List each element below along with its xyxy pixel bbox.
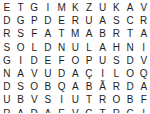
grid-cell[interactable]: A	[82, 28, 96, 41]
grid-cell[interactable]: T	[14, 2, 28, 15]
grid-cell[interactable]: D	[123, 54, 137, 67]
grid-cell[interactable]: U	[0, 94, 14, 107]
grid-cell[interactable]: S	[110, 54, 124, 67]
grid-cell[interactable]: V	[27, 94, 41, 107]
grid-cell[interactable]: O	[27, 81, 41, 94]
grid-cell[interactable]: S	[110, 15, 124, 28]
grid-cell[interactable]: V	[68, 107, 82, 113]
grid-cell[interactable]: B	[96, 28, 110, 41]
grid-cell[interactable]: O	[110, 94, 124, 107]
grid-cell[interactable]: B	[82, 81, 96, 94]
grid-cell[interactable]: V	[27, 67, 41, 80]
grid-cell[interactable]: B	[14, 94, 28, 107]
grid-cell[interactable]: E	[41, 54, 55, 67]
grid-cell[interactable]: L	[110, 67, 124, 80]
grid-cell[interactable]: K	[68, 2, 82, 15]
grid-cell[interactable]: I	[96, 67, 110, 80]
grid-cell[interactable]: G	[27, 2, 41, 15]
grid-cell[interactable]: D	[55, 67, 69, 80]
grid-cell[interactable]: U	[41, 67, 55, 80]
grid-cell[interactable]: D	[0, 81, 14, 94]
grid-cell[interactable]: R	[0, 107, 14, 113]
grid-cell[interactable]: T	[96, 107, 110, 113]
grid-cell[interactable]: E	[55, 107, 69, 113]
grid-cell[interactable]: T	[55, 28, 69, 41]
word-search-grid: ETGIMKZUKAVDGPDERUASCRRSFATMABRTASOLDNUL…	[0, 2, 150, 114]
grid-cell[interactable]: Ã	[96, 81, 110, 94]
grid-cell[interactable]: V	[137, 2, 150, 15]
grid-cell[interactable]: A	[123, 2, 137, 15]
grid-cell[interactable]: S	[14, 81, 28, 94]
grid-cell[interactable]: D	[0, 15, 14, 28]
grid-cell[interactable]: L	[27, 41, 41, 54]
grid-cell[interactable]: Z	[82, 2, 96, 15]
grid-cell[interactable]: V	[137, 54, 150, 67]
grid-cell[interactable]: Ç	[82, 67, 96, 80]
grid-cell[interactable]: T	[123, 28, 137, 41]
grid-cell[interactable]: S	[0, 41, 14, 54]
grid-cell[interactable]: C	[123, 15, 137, 28]
grid-cell[interactable]: O	[68, 54, 82, 67]
grid-cell[interactable]: M	[68, 28, 82, 41]
grid-cell[interactable]: A	[137, 81, 150, 94]
grid-cell[interactable]: I	[137, 107, 150, 113]
grid-cell[interactable]: I	[137, 41, 150, 54]
grid-cell[interactable]: P	[27, 15, 41, 28]
grid-cell[interactable]: D	[41, 15, 55, 28]
grid-cell[interactable]: Q	[137, 67, 150, 80]
grid-cell[interactable]: O	[123, 67, 137, 80]
grid-cell[interactable]: A	[14, 107, 28, 113]
grid-cell[interactable]: U	[96, 2, 110, 15]
grid-cell[interactable]: T	[82, 94, 96, 107]
grid-cell[interactable]: F	[27, 28, 41, 41]
grid-cell[interactable]: E	[0, 2, 14, 15]
grid-cell[interactable]: R	[110, 28, 124, 41]
grid-cell[interactable]: R	[0, 28, 14, 41]
grid-cell[interactable]: E	[55, 15, 69, 28]
grid-cell[interactable]: G	[0, 54, 14, 67]
grid-cell[interactable]: I	[41, 2, 55, 15]
grid-cell[interactable]: B	[41, 81, 55, 94]
grid-cell[interactable]: F	[55, 54, 69, 67]
grid-cell[interactable]: Q	[55, 81, 69, 94]
grid-cell[interactable]: S	[41, 94, 55, 107]
grid-cell[interactable]: I	[55, 94, 69, 107]
grid-cell[interactable]: U	[68, 94, 82, 107]
grid-cell[interactable]: G	[14, 15, 28, 28]
grid-cell[interactable]: A	[96, 41, 110, 54]
grid-cell[interactable]: R	[110, 107, 124, 113]
grid-cell[interactable]: C	[82, 107, 96, 113]
grid-cell[interactable]: D	[27, 54, 41, 67]
grid-cell[interactable]: U	[82, 15, 96, 28]
grid-cell[interactable]: R	[96, 94, 110, 107]
grid-cell[interactable]: A	[41, 107, 55, 113]
grid-cell[interactable]: R	[137, 15, 150, 28]
grid-cell[interactable]: F	[137, 94, 150, 107]
grid-cell[interactable]: S	[14, 28, 28, 41]
grid-cell[interactable]: A	[137, 28, 150, 41]
grid-cell[interactable]: A	[96, 15, 110, 28]
grid-cell[interactable]: M	[55, 2, 69, 15]
grid-cell[interactable]: A	[68, 81, 82, 94]
grid-cell[interactable]: D	[41, 41, 55, 54]
grid-cell[interactable]: A	[41, 28, 55, 41]
grid-cell[interactable]: N	[0, 67, 14, 80]
grid-cell[interactable]: D	[123, 81, 137, 94]
grid-cell[interactable]: L	[82, 41, 96, 54]
grid-cell[interactable]: N	[123, 41, 137, 54]
grid-cell[interactable]: B	[123, 94, 137, 107]
grid-cell[interactable]: A	[68, 67, 82, 80]
grid-cell[interactable]: U	[96, 54, 110, 67]
grid-cell[interactable]: O	[14, 41, 28, 54]
grid-cell[interactable]: P	[82, 54, 96, 67]
grid-cell[interactable]: A	[14, 67, 28, 80]
grid-cell[interactable]: U	[68, 41, 82, 54]
grid-cell[interactable]: H	[110, 41, 124, 54]
grid-cell[interactable]: N	[55, 41, 69, 54]
grid-cell[interactable]: I	[14, 54, 28, 67]
grid-cell[interactable]: D	[27, 107, 41, 113]
grid-cell[interactable]: R	[68, 15, 82, 28]
grid-cell[interactable]: K	[110, 2, 124, 15]
grid-cell[interactable]: R	[110, 81, 124, 94]
grid-cell[interactable]: C	[123, 107, 137, 113]
